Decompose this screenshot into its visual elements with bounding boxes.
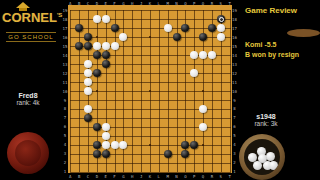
stone-white-S16[interactable] <box>217 33 225 41</box>
stone-black-P4[interactable] <box>190 141 198 149</box>
right-coord-4: 4 <box>230 142 240 147</box>
right-coord-16: 16 <box>230 35 240 40</box>
review-title: Game Review <box>245 6 299 15</box>
stone-white-S17[interactable] <box>217 24 225 32</box>
left-coord-14: 14 <box>60 53 70 58</box>
stone-black-F17[interactable] <box>111 24 119 32</box>
go-board[interactable] <box>68 5 232 173</box>
stone-white-C12[interactable] <box>84 69 92 77</box>
stone-black-C15[interactable] <box>84 42 92 50</box>
right-coord-3: 3 <box>230 151 240 156</box>
stone-black-D14[interactable] <box>93 51 101 59</box>
stone-black-R17[interactable] <box>208 24 216 32</box>
grid-line-vertical <box>168 10 169 172</box>
stone-black-C7[interactable] <box>84 114 92 122</box>
stone-white-F15[interactable] <box>111 42 119 50</box>
stone-black-D6[interactable] <box>93 123 101 131</box>
left-coord-9: 9 <box>60 98 70 103</box>
left-coord-5: 5 <box>60 133 70 138</box>
right-coord-6: 6 <box>230 124 240 129</box>
game-review-screen: CORNEL'S GO SCHOOL Fred8 rank: 4k Game R… <box>0 0 320 180</box>
right-coord-11: 11 <box>230 80 240 85</box>
stone-black-Q16[interactable] <box>199 33 207 41</box>
right-coord-14: 14 <box>230 53 240 58</box>
stone-white-P12[interactable] <box>190 69 198 77</box>
stone-white-Q6[interactable] <box>199 123 207 131</box>
player-white-rank: rank: 3k <box>238 120 294 127</box>
player-black-name: Fred8 <box>0 92 56 99</box>
stone-black-E3[interactable] <box>102 150 110 158</box>
white-stone-in-bowl <box>266 152 275 161</box>
stone-black-D12[interactable] <box>93 69 101 77</box>
stone-white-Q8[interactable] <box>199 105 207 113</box>
right-coord-17: 17 <box>230 26 240 31</box>
logo-title: CORNEL'S <box>2 8 60 25</box>
right-coord-7: 7 <box>230 115 240 120</box>
stone-black-D4[interactable] <box>93 141 101 149</box>
player-white-name: s1948 <box>238 113 294 120</box>
left-coord-19: 19 <box>60 8 70 13</box>
left-coord-4: 4 <box>60 142 70 147</box>
top-coord-T: T <box>225 1 235 6</box>
stone-white-G4[interactable] <box>119 141 127 149</box>
stone-white-E15[interactable] <box>102 42 110 50</box>
stone-white-C11[interactable] <box>84 78 92 86</box>
left-coord-16: 16 <box>60 35 70 40</box>
left-coord-12: 12 <box>60 71 70 76</box>
graduation-cap-icon <box>16 2 30 8</box>
left-coord-1: 1 <box>60 169 70 174</box>
right-coord-15: 15 <box>230 44 240 49</box>
left-coord-15: 15 <box>60 44 70 49</box>
stone-black-S18[interactable] <box>217 15 225 23</box>
stone-black-E13[interactable] <box>102 60 110 68</box>
stone-white-E5[interactable] <box>102 132 110 140</box>
cornel-go-school-logo: CORNEL'S GO SCHOOL <box>2 2 60 43</box>
right-coord-2: 2 <box>230 160 240 165</box>
stone-white-G16[interactable] <box>119 33 127 41</box>
right-coord-9: 9 <box>230 98 240 103</box>
go-board-area: AA1919BB1818CC1717DD1616EE1515FF1414GG13… <box>62 0 238 180</box>
white-stone-in-bowl <box>269 161 278 170</box>
last-move-marker-icon <box>219 17 224 22</box>
stone-white-E6[interactable] <box>102 123 110 131</box>
white-stone-in-bowl <box>258 154 267 163</box>
player-black-rank: rank: 4k <box>0 99 56 106</box>
right-coord-5: 5 <box>230 133 240 138</box>
wooden-bowl-photo <box>287 32 320 100</box>
stone-white-R14[interactable] <box>208 51 216 59</box>
stone-white-E4[interactable] <box>102 141 110 149</box>
grid-line-vertical <box>159 10 160 172</box>
right-coord-8: 8 <box>230 106 240 111</box>
stone-black-O3[interactable] <box>181 150 189 158</box>
left-coord-7: 7 <box>60 115 70 120</box>
stone-black-M3[interactable] <box>164 150 172 158</box>
stone-white-Q14[interactable] <box>199 51 207 59</box>
right-coord-1: 1 <box>230 169 240 174</box>
stone-white-M17[interactable] <box>164 24 172 32</box>
grid-line-horizontal <box>70 100 230 101</box>
right-coord-10: 10 <box>230 89 240 94</box>
right-coord-13: 13 <box>230 62 240 67</box>
stone-white-C13[interactable] <box>84 60 92 68</box>
grid-line-horizontal <box>70 163 230 164</box>
left-coord-13: 13 <box>60 62 70 67</box>
left-coord-17: 17 <box>60 26 70 31</box>
stone-white-C10[interactable] <box>84 87 92 95</box>
left-coord-6: 6 <box>60 124 70 129</box>
left-coord-2: 2 <box>60 160 70 165</box>
player-black-panel: Fred8 rank: 4k <box>0 92 56 106</box>
stone-white-E18[interactable] <box>102 15 110 23</box>
left-coord-10: 10 <box>60 89 70 94</box>
left-coord-3: 3 <box>60 151 70 156</box>
stone-white-P14[interactable] <box>190 51 198 59</box>
stone-white-C8[interactable] <box>84 105 92 113</box>
grid-line-horizontal <box>70 118 230 119</box>
stone-black-D3[interactable] <box>93 150 101 158</box>
white-stones-bowl-icon <box>239 134 285 180</box>
left-coord-11: 11 <box>60 80 70 85</box>
stone-black-C16[interactable] <box>84 33 92 41</box>
white-stones-in-bowl <box>244 139 280 175</box>
left-coord-18: 18 <box>60 17 70 22</box>
stone-black-O4[interactable] <box>181 141 189 149</box>
stone-black-N16[interactable] <box>173 33 181 41</box>
stone-black-B17[interactable] <box>75 24 83 32</box>
stone-black-O17[interactable] <box>181 24 189 32</box>
right-coord-18: 18 <box>230 17 240 22</box>
left-coord-8: 8 <box>60 106 70 111</box>
stone-black-E14[interactable] <box>102 51 110 59</box>
logo-subtitle: GO SCHOOL <box>6 32 55 42</box>
right-coord-19: 19 <box>230 8 240 13</box>
stone-white-D15[interactable] <box>93 42 101 50</box>
stone-white-F4[interactable] <box>111 141 119 149</box>
grid-line-vertical <box>212 10 213 172</box>
right-coord-12: 12 <box>230 71 240 76</box>
grid-line-horizontal <box>70 136 230 137</box>
stone-white-D18[interactable] <box>93 15 101 23</box>
stone-black-B15[interactable] <box>75 42 83 50</box>
player-white-panel: s1948 rank: 3k <box>238 113 294 127</box>
black-stones-bowl-icon <box>7 132 49 174</box>
